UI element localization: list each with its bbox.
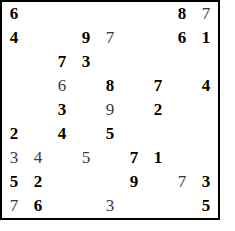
cell-r5c1[interactable] (2, 98, 27, 123)
cell-r2c4[interactable]: 9 (74, 26, 99, 51)
cell-r4c6[interactable] (122, 74, 149, 99)
cell-r7c4[interactable]: 5 (74, 146, 99, 171)
cell-r2c8[interactable]: 6 (170, 26, 195, 51)
cell-r9c2[interactable]: 6 (26, 194, 51, 218)
cell-r8c2[interactable]: 2 (26, 170, 51, 195)
digit: 3 (106, 197, 115, 215)
cell-r3c9[interactable] (194, 50, 218, 77)
cell-r4c2[interactable] (26, 74, 51, 99)
cell-r8c4[interactable] (74, 170, 99, 195)
cell-r2c9[interactable]: 1 (194, 26, 218, 51)
cell-r2c5[interactable]: 7 (98, 26, 123, 51)
cell-r1c3[interactable] (50, 2, 77, 27)
cell-r1c2[interactable] (26, 2, 51, 27)
cell-r5c3[interactable]: 3 (50, 98, 77, 123)
cell-r4c3[interactable]: 6 (50, 74, 77, 99)
cell-r1c8[interactable]: 8 (170, 2, 195, 27)
cell-r6c8[interactable] (170, 122, 195, 149)
cell-r9c4[interactable] (74, 194, 99, 218)
cell-r3c2[interactable] (26, 50, 51, 77)
digit: 5 (10, 173, 19, 191)
cell-r8c5[interactable] (98, 170, 123, 195)
digit: 2 (34, 173, 43, 191)
cell-r6c5[interactable]: 5 (98, 122, 123, 149)
cell-r9c8[interactable] (170, 194, 195, 218)
cell-r4c5[interactable]: 8 (98, 74, 123, 99)
cell-r6c9[interactable] (194, 122, 218, 149)
cell-r9c3[interactable] (50, 194, 77, 218)
digit: 1 (154, 149, 163, 167)
digit: 4 (34, 149, 43, 167)
cell-r3c6[interactable] (122, 50, 149, 77)
cell-r6c1[interactable]: 2 (2, 122, 27, 149)
digit: 8 (178, 5, 187, 23)
digit: 7 (202, 5, 211, 23)
cell-r7c3[interactable] (50, 146, 77, 171)
digit: 7 (106, 29, 115, 47)
cell-r8c3[interactable] (50, 170, 77, 195)
cell-r6c2[interactable] (26, 122, 51, 149)
cell-r8c7[interactable] (146, 170, 171, 195)
digit: 3 (202, 173, 211, 191)
digit: 7 (130, 149, 139, 167)
digit: 6 (10, 5, 19, 23)
cell-r9c5[interactable]: 3 (98, 194, 123, 218)
digit: 4 (58, 125, 67, 143)
cell-r4c4[interactable] (74, 74, 99, 99)
digit: 5 (106, 125, 115, 143)
cell-r9c9[interactable]: 5 (194, 194, 218, 218)
cell-r5c2[interactable] (26, 98, 51, 123)
cell-r5c9[interactable] (194, 98, 218, 123)
cell-r4c8[interactable] (170, 74, 195, 99)
cell-r1c9[interactable]: 7 (194, 2, 218, 27)
digit: 2 (154, 101, 163, 119)
cell-r6c7[interactable] (146, 122, 171, 149)
cell-r8c8[interactable]: 7 (170, 170, 195, 195)
cell-r3c1[interactable] (2, 50, 27, 77)
cell-r3c3[interactable]: 7 (50, 50, 77, 77)
digit: 3 (10, 149, 19, 167)
cell-r7c9[interactable] (194, 146, 218, 171)
cell-r7c6[interactable]: 7 (122, 146, 149, 171)
digit: 9 (106, 101, 115, 119)
cell-r3c7[interactable] (146, 50, 171, 77)
digit: 7 (10, 197, 19, 215)
cell-r4c7[interactable]: 7 (146, 74, 171, 99)
cell-r6c4[interactable] (74, 122, 99, 149)
digit: 4 (202, 77, 211, 95)
digit: 5 (202, 197, 211, 215)
cell-r1c1[interactable]: 6 (2, 2, 27, 27)
digit: 3 (58, 101, 67, 119)
sudoku-board: 6874976173687439224534571529737635 (0, 0, 220, 220)
digit: 9 (82, 29, 91, 47)
cell-r8c6[interactable]: 9 (122, 170, 149, 195)
cell-r2c7[interactable] (146, 26, 171, 51)
digit: 6 (34, 197, 43, 215)
cell-r9c6[interactable] (122, 194, 149, 218)
cell-r7c1[interactable]: 3 (2, 146, 27, 171)
digit: 3 (82, 53, 91, 71)
cell-r5c8[interactable] (170, 98, 195, 123)
cell-r7c7[interactable]: 1 (146, 146, 171, 171)
cell-r6c6[interactable] (122, 122, 149, 149)
cell-r5c6[interactable] (122, 98, 149, 123)
digit: 7 (178, 173, 187, 191)
digit: 1 (202, 29, 211, 47)
cell-r9c1[interactable]: 7 (2, 194, 27, 218)
digit: 5 (82, 149, 91, 167)
cell-r3c5[interactable] (98, 50, 123, 77)
cell-r4c9[interactable]: 4 (194, 74, 218, 99)
digit: 8 (106, 77, 115, 95)
cell-r1c5[interactable] (98, 2, 123, 27)
digit: 7 (58, 53, 67, 71)
cell-r3c8[interactable] (170, 50, 195, 77)
cell-r5c7[interactable]: 2 (146, 98, 171, 123)
cell-r8c1[interactable]: 5 (2, 170, 27, 195)
sudoku-board-wrap: 6874976173687439224534571529737635 (0, 0, 235, 231)
digit: 4 (10, 29, 19, 47)
cell-r2c1[interactable]: 4 (2, 26, 27, 51)
cell-r2c6[interactable] (122, 26, 149, 51)
cell-r7c8[interactable] (170, 146, 195, 171)
cell-r7c2[interactable]: 4 (26, 146, 51, 171)
cell-r1c7[interactable] (146, 2, 171, 27)
digit: 2 (10, 125, 19, 143)
cell-r9c7[interactable] (146, 194, 171, 218)
cell-r2c3[interactable] (50, 26, 77, 51)
cell-r1c6[interactable] (122, 2, 149, 27)
cell-r5c5[interactable]: 9 (98, 98, 123, 123)
cell-r5c4[interactable] (74, 98, 99, 123)
cell-r2c2[interactable] (26, 26, 51, 51)
cell-r6c3[interactable]: 4 (50, 122, 77, 149)
digit: 6 (178, 29, 187, 47)
cell-r7c5[interactable] (98, 146, 123, 171)
digit: 9 (130, 173, 139, 191)
cell-r8c9[interactable]: 3 (194, 170, 218, 195)
cell-r1c4[interactable] (74, 2, 99, 27)
cell-r4c1[interactable] (2, 74, 27, 99)
cell-r3c4[interactable]: 3 (74, 50, 99, 77)
digit: 7 (154, 77, 163, 95)
digit: 6 (58, 77, 67, 95)
